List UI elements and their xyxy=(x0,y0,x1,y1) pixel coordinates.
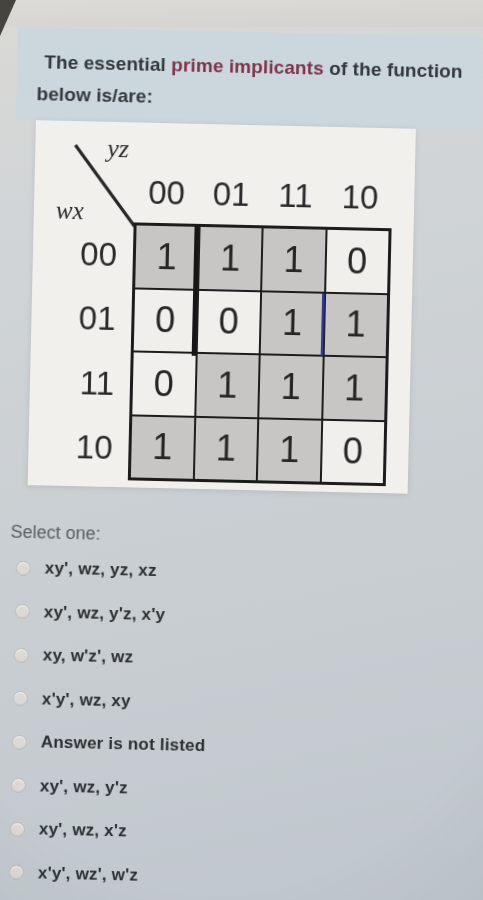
select-one-label: Select one: xyxy=(10,522,471,553)
question-suffix: of the function xyxy=(324,58,463,82)
kmap-cell-r1c3: 1 xyxy=(324,293,387,356)
radio-unselected-icon[interactable] xyxy=(13,691,28,706)
col-label-3: 10 xyxy=(341,180,378,214)
kmap-cell-r1c0: 0 xyxy=(134,289,197,352)
option-label-6[interactable]: xy', wz, y'z xyxy=(40,776,128,798)
quiz-screenshot: The essential prime implicants of the fu… xyxy=(0,0,483,900)
option-row-8[interactable]: x'y', wz', w'z xyxy=(9,859,464,895)
kmap-cell-r2c0: 0 xyxy=(132,352,195,415)
radio-unselected-icon[interactable] xyxy=(15,604,30,619)
kmap-cell-r2c3: 1 xyxy=(323,357,386,420)
kmap-row-labels: 00 01 11 10 xyxy=(62,221,118,480)
kmap-cell-r1c2: 1 xyxy=(261,292,324,355)
kmap-cell-r0c1: 1 xyxy=(199,227,262,290)
row-label-0: 00 xyxy=(80,237,117,271)
kmap-cell-r2c1: 1 xyxy=(196,354,259,417)
radio-unselected-icon[interactable] xyxy=(10,821,25,836)
option-label-3[interactable]: xy, w'z', wz xyxy=(43,645,134,667)
row-label-1: 01 xyxy=(78,301,115,335)
option-label-2[interactable]: xy', wz, y'z, x'y xyxy=(44,602,166,625)
option-label-8[interactable]: x'y', wz', w'z xyxy=(38,863,139,885)
kmap-cell-r3c0: 1 xyxy=(131,416,194,479)
question-prefix: The essential xyxy=(44,51,172,75)
kmap-cell-r3c1: 1 xyxy=(194,417,257,480)
option-row-6[interactable]: xy', wz, y'z xyxy=(11,772,466,808)
question-text-line1: The essential prime implicants of the fu… xyxy=(44,51,463,82)
options-list: xy', wz, yz, xz xy', wz, y'z, x'y xy, w'… xyxy=(9,555,471,896)
answers-section: Select one: xy', wz, yz, xz xy', wz, y'z… xyxy=(0,521,472,895)
kmap-cell-r0c3: 0 xyxy=(326,230,389,293)
question-panel: The essential prime implicants of the fu… xyxy=(16,27,483,131)
option-label-5[interactable]: Answer is not listed xyxy=(41,732,206,756)
row-label-2: 11 xyxy=(79,366,114,400)
radio-unselected-icon[interactable] xyxy=(12,734,27,749)
kmap-cell-r0c0: 1 xyxy=(135,225,198,288)
kmap-grid: 1 1 1 0 0 0 1 1 0 1 1 1 1 1 1 0 xyxy=(128,222,392,486)
option-row-3[interactable]: xy, w'z', wz xyxy=(14,642,469,678)
kmap-panel: yz wx 00 01 11 10 00 01 11 10 1 1 1 0 0 … xyxy=(28,120,416,494)
kmap-cell-r3c3: 0 xyxy=(321,420,384,483)
radio-unselected-icon[interactable] xyxy=(11,778,26,793)
row-label-3: 10 xyxy=(75,430,112,464)
col-label-2: 11 xyxy=(278,179,313,213)
col-label-0: 00 xyxy=(148,176,185,210)
option-row-4[interactable]: x'y', wz, xy xyxy=(13,685,468,721)
option-label-7[interactable]: xy', wz, x'z xyxy=(39,819,127,841)
radio-unselected-icon[interactable] xyxy=(16,560,31,575)
kmap-cell-r3c2: 1 xyxy=(258,419,321,482)
col-label-1: 01 xyxy=(212,177,249,211)
option-row-2[interactable]: xy', wz, y'z, x'y xyxy=(15,598,470,634)
option-row-1[interactable]: xy', wz, yz, xz xyxy=(15,555,470,591)
kmap-col-labels: 00 01 11 10 xyxy=(134,168,393,214)
question-highlight: prime implicants xyxy=(171,54,324,78)
option-row-7[interactable]: xy', wz, x'z xyxy=(10,816,465,852)
kmap-cell-r1c1: 0 xyxy=(197,290,260,353)
option-label-4[interactable]: x'y', wz, xy xyxy=(42,689,131,711)
col-var-label: yz xyxy=(107,134,129,164)
page-content: The essential prime implicants of the fu… xyxy=(0,0,483,900)
option-label-1[interactable]: xy', wz, yz, xz xyxy=(45,558,157,581)
radio-unselected-icon[interactable] xyxy=(9,865,24,880)
radio-unselected-icon[interactable] xyxy=(14,647,29,662)
kmap-cell-r2c2: 1 xyxy=(259,355,322,418)
kmap-cell-r0c2: 1 xyxy=(262,228,325,291)
question-text-line2: below is/are: xyxy=(36,83,153,108)
option-row-5[interactable]: Answer is not listed xyxy=(12,729,467,765)
